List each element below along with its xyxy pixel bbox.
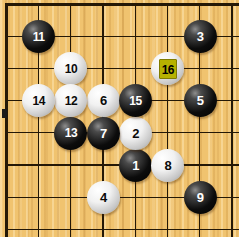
stone-white-8: 8 xyxy=(151,149,184,182)
stone-move-number: 9 xyxy=(197,191,204,204)
stone-black-9: 9 xyxy=(184,181,217,214)
stone-move-number: 10 xyxy=(65,63,77,75)
stone-move-number: 4 xyxy=(100,191,107,204)
stone-white-12: 12 xyxy=(54,84,87,117)
stone-black-1: 1 xyxy=(119,149,152,182)
stone-black-13: 13 xyxy=(54,117,87,150)
stone-black-11: 11 xyxy=(22,20,55,53)
stone-move-number: 15 xyxy=(129,95,141,107)
stone-move-number: 12 xyxy=(65,95,77,107)
stone-grid: 12345678910111213141516 xyxy=(0,0,239,237)
stone-move-number: 13 xyxy=(65,127,77,139)
last-move-highlight-badge: 16 xyxy=(159,59,177,79)
stone-move-number: 5 xyxy=(197,94,204,107)
stone-white-10: 10 xyxy=(54,52,87,85)
stone-black-15: 15 xyxy=(119,84,152,117)
stone-move-number: 14 xyxy=(32,95,44,107)
stone-black-7: 7 xyxy=(87,117,120,150)
go-board[interactable]: 12345678910111213141516 xyxy=(0,0,239,237)
stone-move-number: 2 xyxy=(132,127,139,140)
stone-move-number: 8 xyxy=(164,159,171,172)
stone-move-number: 1 xyxy=(132,159,139,172)
stone-white-14: 14 xyxy=(22,84,55,117)
stone-white-16: 16 xyxy=(151,52,184,85)
stone-white-2: 2 xyxy=(119,117,152,150)
stone-white-6: 6 xyxy=(87,84,120,117)
stone-move-number: 7 xyxy=(100,127,107,140)
stone-move-number: 3 xyxy=(197,30,204,43)
stone-black-3: 3 xyxy=(184,20,217,53)
stone-move-number: 16 xyxy=(162,63,174,77)
stone-black-5: 5 xyxy=(184,84,217,117)
stone-move-number: 11 xyxy=(33,31,45,43)
stone-white-4: 4 xyxy=(87,181,120,214)
stone-move-number: 6 xyxy=(100,94,107,107)
